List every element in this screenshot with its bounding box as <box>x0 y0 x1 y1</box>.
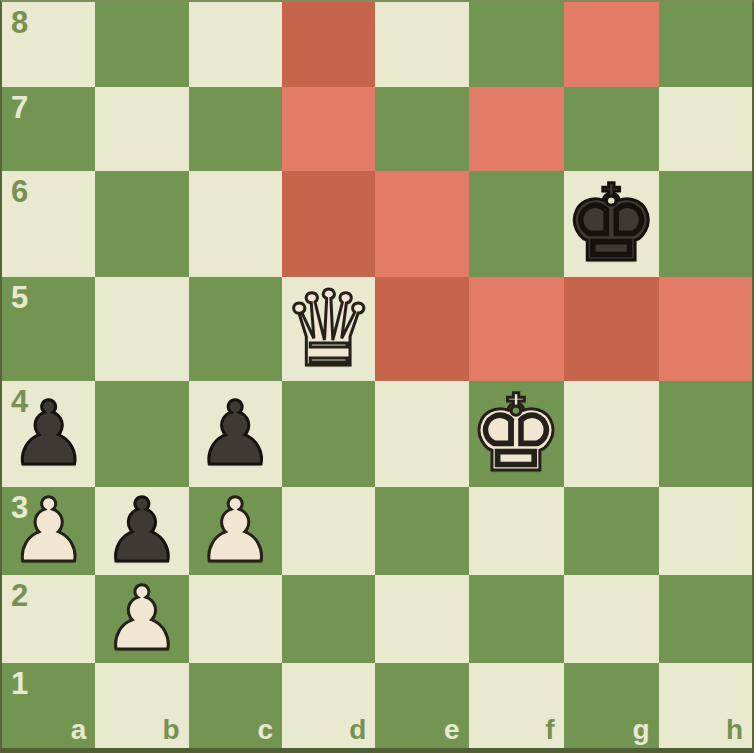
square-c5[interactable] <box>189 277 282 381</box>
square-f1[interactable]: f <box>469 663 564 748</box>
square-g2[interactable] <box>564 575 659 663</box>
square-e6[interactable] <box>375 171 468 277</box>
file-label-g: g <box>633 714 650 746</box>
square-c6[interactable] <box>189 171 282 277</box>
square-c4[interactable]: ♟ <box>189 381 282 487</box>
square-f6[interactable] <box>469 171 564 277</box>
piece-white-pawn-b2[interactable]: ♟ <box>103 575 182 663</box>
file-label-c: c <box>257 714 273 746</box>
square-h8[interactable] <box>659 2 752 87</box>
rank-label-5: 5 <box>11 280 28 316</box>
square-e7[interactable] <box>375 87 468 172</box>
piece-black-pawn-a4[interactable]: ♟ <box>9 390 88 478</box>
board-grid: 876♚5♛4♟♟♚3♟♟♟2♟1abcdefgh <box>2 2 752 748</box>
square-f5[interactable] <box>469 277 564 381</box>
square-a8[interactable]: 8 <box>2 2 95 87</box>
square-c7[interactable] <box>189 87 282 172</box>
square-a4[interactable]: 4♟ <box>2 381 95 487</box>
rank-label-2: 2 <box>11 578 28 614</box>
square-e8[interactable] <box>375 2 468 87</box>
file-label-a: a <box>71 714 87 746</box>
square-h4[interactable] <box>659 381 752 487</box>
square-e4[interactable] <box>375 381 468 487</box>
square-h2[interactable] <box>659 575 752 663</box>
piece-black-king-g6[interactable]: ♚ <box>564 171 659 277</box>
square-g8[interactable] <box>564 2 659 87</box>
square-h5[interactable] <box>659 277 752 381</box>
square-e5[interactable] <box>375 277 468 381</box>
square-a7[interactable]: 7 <box>2 87 95 172</box>
file-label-d: d <box>349 714 366 746</box>
square-b5[interactable] <box>95 277 188 381</box>
rank-label-8: 8 <box>11 5 28 41</box>
piece-white-queen-d5[interactable]: ♛ <box>282 277 375 381</box>
square-b8[interactable] <box>95 2 188 87</box>
square-d6[interactable] <box>282 171 375 277</box>
square-b7[interactable] <box>95 87 188 172</box>
square-c2[interactable] <box>189 575 282 663</box>
file-label-e: e <box>444 714 460 746</box>
rank-label-6: 6 <box>11 174 28 210</box>
square-a1[interactable]: 1a <box>2 663 95 748</box>
square-d3[interactable] <box>282 487 375 575</box>
square-g1[interactable]: g <box>564 663 659 748</box>
square-b3[interactable]: ♟ <box>95 487 188 575</box>
square-f3[interactable] <box>469 487 564 575</box>
square-b2[interactable]: ♟ <box>95 575 188 663</box>
square-g7[interactable] <box>564 87 659 172</box>
piece-black-pawn-c4[interactable]: ♟ <box>196 390 275 478</box>
square-g5[interactable] <box>564 277 659 381</box>
chess-board: 876♚5♛4♟♟♚3♟♟♟2♟1abcdefgh <box>0 0 754 753</box>
square-f8[interactable] <box>469 2 564 87</box>
file-label-b: b <box>163 714 180 746</box>
square-d5[interactable]: ♛ <box>282 277 375 381</box>
square-d2[interactable] <box>282 575 375 663</box>
square-d4[interactable] <box>282 381 375 487</box>
square-d1[interactable]: d <box>282 663 375 748</box>
rank-label-1: 1 <box>11 666 28 702</box>
square-a6[interactable]: 6 <box>2 171 95 277</box>
square-e2[interactable] <box>375 575 468 663</box>
square-c3[interactable]: ♟ <box>189 487 282 575</box>
square-a2[interactable]: 2 <box>2 575 95 663</box>
file-label-f: f <box>545 714 554 746</box>
square-b6[interactable] <box>95 171 188 277</box>
square-h6[interactable] <box>659 171 752 277</box>
square-g6[interactable]: ♚ <box>564 171 659 277</box>
square-e3[interactable] <box>375 487 468 575</box>
square-f4[interactable]: ♚ <box>469 381 564 487</box>
square-b1[interactable]: b <box>95 663 188 748</box>
square-c8[interactable] <box>189 2 282 87</box>
square-a5[interactable]: 5 <box>2 277 95 381</box>
piece-white-pawn-a3[interactable]: ♟ <box>9 487 88 575</box>
square-e1[interactable]: e <box>375 663 468 748</box>
square-a3[interactable]: 3♟ <box>2 487 95 575</box>
piece-white-king-f4[interactable]: ♚ <box>469 381 564 487</box>
square-f2[interactable] <box>469 575 564 663</box>
square-d7[interactable] <box>282 87 375 172</box>
square-b4[interactable] <box>95 381 188 487</box>
square-h1[interactable]: h <box>659 663 752 748</box>
square-h7[interactable] <box>659 87 752 172</box>
square-g4[interactable] <box>564 381 659 487</box>
file-label-h: h <box>726 714 743 746</box>
piece-black-pawn-b3[interactable]: ♟ <box>103 487 182 575</box>
square-g3[interactable] <box>564 487 659 575</box>
rank-label-7: 7 <box>11 90 28 126</box>
square-f7[interactable] <box>469 87 564 172</box>
square-h3[interactable] <box>659 487 752 575</box>
piece-white-pawn-c3[interactable]: ♟ <box>196 487 275 575</box>
square-c1[interactable]: c <box>189 663 282 748</box>
square-d8[interactable] <box>282 2 375 87</box>
